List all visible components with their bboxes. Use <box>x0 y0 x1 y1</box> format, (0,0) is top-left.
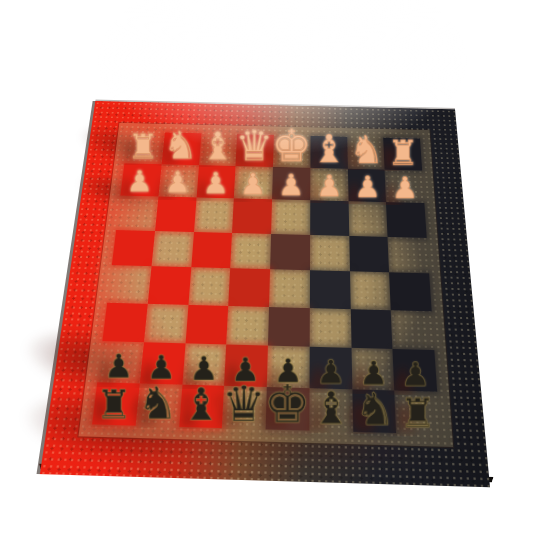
square-e6 <box>271 199 310 234</box>
square-h8: ♜ <box>383 138 422 170</box>
square-a4 <box>107 265 151 303</box>
square-c5 <box>191 232 232 269</box>
white-rook: ♜ <box>385 393 450 434</box>
square-d3 <box>226 305 269 345</box>
square-b6 <box>155 196 196 231</box>
square-b5 <box>151 231 193 268</box>
chess-board-photo: ♜♞♝♛♚♝♞♜♟♟♟♟♟♟♟♟♟♟♟♟♟♟♟♟♜♞♝♛♚♝♞♜ <box>0 0 533 533</box>
square-e4 <box>269 269 310 307</box>
square-c3 <box>185 304 228 344</box>
chess-board: ♜♞♝♛♚♝♞♜♟♟♟♟♟♟♟♟♟♟♟♟♟♟♟♟♜♞♝♛♚♝♞♜ <box>40 101 490 487</box>
square-e5 <box>270 234 310 271</box>
square-d6 <box>232 198 272 233</box>
square-h5 <box>388 236 429 273</box>
board-grid: ♜♞♝♛♚♝♞♜♟♟♟♟♟♟♟♟♟♟♟♟♟♟♟♟♜♞♝♛♚♝♞♜ <box>92 132 440 435</box>
board-inner-field: ♜♞♝♛♚♝♞♜♟♟♟♟♟♟♟♟♟♟♟♟♟♟♟♟♜♞♝♛♚♝♞♜ <box>78 123 453 447</box>
square-f3 <box>309 308 351 348</box>
square-c4 <box>188 267 230 305</box>
perspective-stage: ♜♞♝♛♚♝♞♜♟♟♟♟♟♟♟♟♟♟♟♟♟♟♟♟♜♞♝♛♚♝♞♜ <box>0 0 533 533</box>
square-a5 <box>112 230 155 267</box>
square-h1: ♜ <box>394 390 440 434</box>
black-rook: ♜ <box>375 135 431 170</box>
square-g4 <box>350 271 391 309</box>
square-h6 <box>386 202 426 237</box>
square-h3 <box>391 310 434 350</box>
black-pawn: ♟ <box>377 173 434 203</box>
square-c6 <box>194 197 235 232</box>
square-g6 <box>348 201 388 236</box>
square-g3 <box>350 309 392 349</box>
square-d4 <box>228 268 270 306</box>
square-f4 <box>310 270 351 308</box>
square-h2: ♟ <box>393 349 437 391</box>
square-a3 <box>102 302 147 342</box>
square-b4 <box>148 266 191 304</box>
square-f5 <box>310 234 350 271</box>
square-e3 <box>268 307 310 347</box>
square-a6 <box>116 196 158 231</box>
square-h4 <box>389 272 431 311</box>
board-edge <box>39 464 493 483</box>
square-h7: ♟ <box>385 169 425 203</box>
square-g5 <box>349 235 390 272</box>
square-f6 <box>310 200 349 235</box>
square-b3 <box>144 303 188 343</box>
square-d5 <box>230 233 271 270</box>
